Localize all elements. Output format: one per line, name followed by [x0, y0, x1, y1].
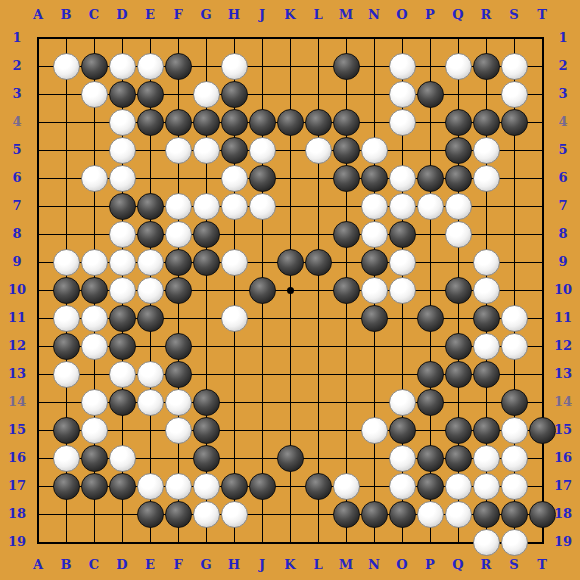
- intersection-J10[interactable]: [248, 276, 276, 304]
- intersection-H17[interactable]: [220, 472, 248, 500]
- white-stone-D6[interactable]: [109, 165, 136, 192]
- intersection-S17[interactable]: [500, 472, 528, 500]
- intersection-R4[interactable]: [472, 108, 500, 136]
- white-stone-H11[interactable]: [221, 305, 248, 332]
- intersection-R5[interactable]: [472, 136, 500, 164]
- intersection-K7[interactable]: [276, 192, 304, 220]
- black-stone-D17[interactable]: [109, 473, 136, 500]
- intersection-F14[interactable]: [164, 388, 192, 416]
- black-stone-P17[interactable]: [417, 473, 444, 500]
- intersection-K9[interactable]: [276, 248, 304, 276]
- intersection-H11[interactable]: [220, 304, 248, 332]
- white-stone-O9[interactable]: [389, 249, 416, 276]
- intersection-S3[interactable]: [500, 80, 528, 108]
- black-stone-M18[interactable]: [333, 501, 360, 528]
- white-stone-C3[interactable]: [81, 81, 108, 108]
- intersection-O1[interactable]: [388, 24, 416, 52]
- intersection-L3[interactable]: [304, 80, 332, 108]
- black-stone-E18[interactable]: [137, 501, 164, 528]
- black-stone-B10[interactable]: [53, 277, 80, 304]
- intersection-L2[interactable]: [304, 52, 332, 80]
- intersection-B2[interactable]: [52, 52, 80, 80]
- intersection-M12[interactable]: [332, 332, 360, 360]
- black-stone-S18[interactable]: [501, 501, 528, 528]
- black-stone-R18[interactable]: [473, 501, 500, 528]
- intersection-B1[interactable]: [52, 24, 80, 52]
- intersection-N15[interactable]: [360, 416, 388, 444]
- white-stone-R5[interactable]: [473, 137, 500, 164]
- intersection-E11[interactable]: [136, 304, 164, 332]
- intersection-M14[interactable]: [332, 388, 360, 416]
- intersection-E6[interactable]: [136, 164, 164, 192]
- black-stone-R2[interactable]: [473, 53, 500, 80]
- intersection-F7[interactable]: [164, 192, 192, 220]
- black-stone-J10[interactable]: [249, 277, 276, 304]
- black-stone-E3[interactable]: [137, 81, 164, 108]
- intersection-B5[interactable]: [52, 136, 80, 164]
- white-stone-Q2[interactable]: [445, 53, 472, 80]
- intersection-E8[interactable]: [136, 220, 164, 248]
- intersection-F3[interactable]: [164, 80, 192, 108]
- intersection-P13[interactable]: [416, 360, 444, 388]
- black-stone-M2[interactable]: [333, 53, 360, 80]
- black-stone-D12[interactable]: [109, 333, 136, 360]
- intersection-P12[interactable]: [416, 332, 444, 360]
- white-stone-N8[interactable]: [361, 221, 388, 248]
- intersection-M6[interactable]: [332, 164, 360, 192]
- black-stone-G4[interactable]: [193, 109, 220, 136]
- intersection-H6[interactable]: [220, 164, 248, 192]
- black-stone-P13[interactable]: [417, 361, 444, 388]
- intersection-N5[interactable]: [360, 136, 388, 164]
- intersection-J14[interactable]: [248, 388, 276, 416]
- intersection-N9[interactable]: [360, 248, 388, 276]
- white-stone-C9[interactable]: [81, 249, 108, 276]
- intersection-T18[interactable]: [528, 500, 556, 528]
- black-stone-C17[interactable]: [81, 473, 108, 500]
- intersection-P8[interactable]: [416, 220, 444, 248]
- intersection-K11[interactable]: [276, 304, 304, 332]
- intersection-D17[interactable]: [108, 472, 136, 500]
- white-stone-C12[interactable]: [81, 333, 108, 360]
- intersection-S18[interactable]: [500, 500, 528, 528]
- intersection-G6[interactable]: [192, 164, 220, 192]
- white-stone-Q7[interactable]: [445, 193, 472, 220]
- intersection-C18[interactable]: [80, 500, 108, 528]
- intersection-L5[interactable]: [304, 136, 332, 164]
- intersection-P1[interactable]: [416, 24, 444, 52]
- intersection-B12[interactable]: [52, 332, 80, 360]
- intersection-P11[interactable]: [416, 304, 444, 332]
- intersection-R19[interactable]: [472, 528, 500, 556]
- white-stone-O10[interactable]: [389, 277, 416, 304]
- white-stone-E13[interactable]: [137, 361, 164, 388]
- intersection-L14[interactable]: [304, 388, 332, 416]
- intersection-O10[interactable]: [388, 276, 416, 304]
- intersection-J3[interactable]: [248, 80, 276, 108]
- intersection-F17[interactable]: [164, 472, 192, 500]
- intersection-C7[interactable]: [80, 192, 108, 220]
- intersection-M8[interactable]: [332, 220, 360, 248]
- intersection-F6[interactable]: [164, 164, 192, 192]
- black-stone-K4[interactable]: [277, 109, 304, 136]
- intersection-E12[interactable]: [136, 332, 164, 360]
- intersection-O9[interactable]: [388, 248, 416, 276]
- black-stone-G16[interactable]: [193, 445, 220, 472]
- black-stone-Q12[interactable]: [445, 333, 472, 360]
- intersection-M3[interactable]: [332, 80, 360, 108]
- white-stone-R10[interactable]: [473, 277, 500, 304]
- white-stone-H2[interactable]: [221, 53, 248, 80]
- intersection-B11[interactable]: [52, 304, 80, 332]
- intersection-C8[interactable]: [80, 220, 108, 248]
- intersection-N3[interactable]: [360, 80, 388, 108]
- intersection-R9[interactable]: [472, 248, 500, 276]
- white-stone-D8[interactable]: [109, 221, 136, 248]
- white-stone-S3[interactable]: [501, 81, 528, 108]
- black-stone-F12[interactable]: [165, 333, 192, 360]
- intersection-C3[interactable]: [80, 80, 108, 108]
- intersection-Q17[interactable]: [444, 472, 472, 500]
- intersection-E15[interactable]: [136, 416, 164, 444]
- intersection-G14[interactable]: [192, 388, 220, 416]
- intersection-M9[interactable]: [332, 248, 360, 276]
- intersection-J16[interactable]: [248, 444, 276, 472]
- white-stone-D2[interactable]: [109, 53, 136, 80]
- white-stone-J5[interactable]: [249, 137, 276, 164]
- intersection-H4[interactable]: [220, 108, 248, 136]
- intersection-Q1[interactable]: [444, 24, 472, 52]
- intersection-D13[interactable]: [108, 360, 136, 388]
- intersection-S19[interactable]: [500, 528, 528, 556]
- intersection-F4[interactable]: [164, 108, 192, 136]
- intersection-D7[interactable]: [108, 192, 136, 220]
- intersection-B7[interactable]: [52, 192, 80, 220]
- white-stone-O4[interactable]: [389, 109, 416, 136]
- intersection-Q9[interactable]: [444, 248, 472, 276]
- white-stone-G17[interactable]: [193, 473, 220, 500]
- white-stone-D5[interactable]: [109, 137, 136, 164]
- black-stone-M10[interactable]: [333, 277, 360, 304]
- intersection-R2[interactable]: [472, 52, 500, 80]
- intersection-H15[interactable]: [220, 416, 248, 444]
- intersection-G1[interactable]: [192, 24, 220, 52]
- intersection-G8[interactable]: [192, 220, 220, 248]
- intersection-O12[interactable]: [388, 332, 416, 360]
- black-stone-N6[interactable]: [361, 165, 388, 192]
- white-stone-N10[interactable]: [361, 277, 388, 304]
- intersection-G4[interactable]: [192, 108, 220, 136]
- intersection-D16[interactable]: [108, 444, 136, 472]
- black-stone-D11[interactable]: [109, 305, 136, 332]
- intersection-J1[interactable]: [248, 24, 276, 52]
- intersection-L1[interactable]: [304, 24, 332, 52]
- intersection-E14[interactable]: [136, 388, 164, 416]
- white-stone-R6[interactable]: [473, 165, 500, 192]
- intersection-S1[interactable]: [500, 24, 528, 52]
- intersection-R12[interactable]: [472, 332, 500, 360]
- black-stone-E8[interactable]: [137, 221, 164, 248]
- intersection-J12[interactable]: [248, 332, 276, 360]
- intersection-G9[interactable]: [192, 248, 220, 276]
- intersection-J8[interactable]: [248, 220, 276, 248]
- intersection-T15[interactable]: [528, 416, 556, 444]
- white-stone-H9[interactable]: [221, 249, 248, 276]
- black-stone-M6[interactable]: [333, 165, 360, 192]
- intersection-S12[interactable]: [500, 332, 528, 360]
- intersection-O16[interactable]: [388, 444, 416, 472]
- intersection-S16[interactable]: [500, 444, 528, 472]
- intersection-P16[interactable]: [416, 444, 444, 472]
- white-stone-C6[interactable]: [81, 165, 108, 192]
- intersection-F10[interactable]: [164, 276, 192, 304]
- intersection-L10[interactable]: [304, 276, 332, 304]
- intersection-J18[interactable]: [248, 500, 276, 528]
- intersection-O2[interactable]: [388, 52, 416, 80]
- intersection-M16[interactable]: [332, 444, 360, 472]
- black-stone-G15[interactable]: [193, 417, 220, 444]
- intersection-R18[interactable]: [472, 500, 500, 528]
- black-stone-F13[interactable]: [165, 361, 192, 388]
- intersection-K12[interactable]: [276, 332, 304, 360]
- white-stone-G5[interactable]: [193, 137, 220, 164]
- white-stone-R12[interactable]: [473, 333, 500, 360]
- intersection-E13[interactable]: [136, 360, 164, 388]
- black-stone-T18[interactable]: [529, 501, 556, 528]
- intersection-J6[interactable]: [248, 164, 276, 192]
- intersection-K5[interactable]: [276, 136, 304, 164]
- intersection-D5[interactable]: [108, 136, 136, 164]
- intersection-Q13[interactable]: [444, 360, 472, 388]
- black-stone-L4[interactable]: [305, 109, 332, 136]
- intersection-H1[interactable]: [220, 24, 248, 52]
- white-stone-S15[interactable]: [501, 417, 528, 444]
- white-stone-O3[interactable]: [389, 81, 416, 108]
- black-stone-P16[interactable]: [417, 445, 444, 472]
- black-stone-R4[interactable]: [473, 109, 500, 136]
- intersection-K4[interactable]: [276, 108, 304, 136]
- intersection-L13[interactable]: [304, 360, 332, 388]
- intersection-Q7[interactable]: [444, 192, 472, 220]
- black-stone-E4[interactable]: [137, 109, 164, 136]
- intersection-F9[interactable]: [164, 248, 192, 276]
- white-stone-N7[interactable]: [361, 193, 388, 220]
- black-stone-C16[interactable]: [81, 445, 108, 472]
- intersection-J4[interactable]: [248, 108, 276, 136]
- intersection-B15[interactable]: [52, 416, 80, 444]
- intersection-D6[interactable]: [108, 164, 136, 192]
- black-stone-P3[interactable]: [417, 81, 444, 108]
- intersection-E16[interactable]: [136, 444, 164, 472]
- white-stone-J7[interactable]: [249, 193, 276, 220]
- white-stone-O6[interactable]: [389, 165, 416, 192]
- white-stone-O14[interactable]: [389, 389, 416, 416]
- intersection-B6[interactable]: [52, 164, 80, 192]
- intersection-O6[interactable]: [388, 164, 416, 192]
- intersection-F1[interactable]: [164, 24, 192, 52]
- black-stone-B12[interactable]: [53, 333, 80, 360]
- intersection-K2[interactable]: [276, 52, 304, 80]
- intersection-O7[interactable]: [388, 192, 416, 220]
- intersection-B10[interactable]: [52, 276, 80, 304]
- intersection-C5[interactable]: [80, 136, 108, 164]
- intersection-D11[interactable]: [108, 304, 136, 332]
- intersection-C11[interactable]: [80, 304, 108, 332]
- intersection-P17[interactable]: [416, 472, 444, 500]
- black-stone-C2[interactable]: [81, 53, 108, 80]
- black-stone-K9[interactable]: [277, 249, 304, 276]
- intersection-R14[interactable]: [472, 388, 500, 416]
- intersection-H16[interactable]: [220, 444, 248, 472]
- intersection-D12[interactable]: [108, 332, 136, 360]
- intersection-H18[interactable]: [220, 500, 248, 528]
- white-stone-S19[interactable]: [501, 529, 528, 556]
- intersection-O15[interactable]: [388, 416, 416, 444]
- intersection-S11[interactable]: [500, 304, 528, 332]
- white-stone-G18[interactable]: [193, 501, 220, 528]
- black-stone-E7[interactable]: [137, 193, 164, 220]
- intersection-N1[interactable]: [360, 24, 388, 52]
- intersection-F12[interactable]: [164, 332, 192, 360]
- white-stone-E10[interactable]: [137, 277, 164, 304]
- black-stone-M8[interactable]: [333, 221, 360, 248]
- intersection-F11[interactable]: [164, 304, 192, 332]
- intersection-J2[interactable]: [248, 52, 276, 80]
- intersection-D3[interactable]: [108, 80, 136, 108]
- intersection-K18[interactable]: [276, 500, 304, 528]
- intersection-E5[interactable]: [136, 136, 164, 164]
- intersection-G7[interactable]: [192, 192, 220, 220]
- intersection-L12[interactable]: [304, 332, 332, 360]
- intersection-H3[interactable]: [220, 80, 248, 108]
- intersection-M17[interactable]: [332, 472, 360, 500]
- intersection-D18[interactable]: [108, 500, 136, 528]
- intersection-K8[interactable]: [276, 220, 304, 248]
- white-stone-Q8[interactable]: [445, 221, 472, 248]
- intersection-M10[interactable]: [332, 276, 360, 304]
- black-stone-R13[interactable]: [473, 361, 500, 388]
- intersection-G16[interactable]: [192, 444, 220, 472]
- white-stone-D16[interactable]: [109, 445, 136, 472]
- intersection-O17[interactable]: [388, 472, 416, 500]
- intersection-C4[interactable]: [80, 108, 108, 136]
- white-stone-H7[interactable]: [221, 193, 248, 220]
- white-stone-D9[interactable]: [109, 249, 136, 276]
- intersection-O13[interactable]: [388, 360, 416, 388]
- black-stone-O15[interactable]: [389, 417, 416, 444]
- white-stone-P7[interactable]: [417, 193, 444, 220]
- intersection-K16[interactable]: [276, 444, 304, 472]
- intersection-N6[interactable]: [360, 164, 388, 192]
- intersection-J15[interactable]: [248, 416, 276, 444]
- intersection-O11[interactable]: [388, 304, 416, 332]
- black-stone-H3[interactable]: [221, 81, 248, 108]
- intersection-O8[interactable]: [388, 220, 416, 248]
- intersection-S2[interactable]: [500, 52, 528, 80]
- intersection-F16[interactable]: [164, 444, 192, 472]
- intersection-O5[interactable]: [388, 136, 416, 164]
- black-stone-R11[interactable]: [473, 305, 500, 332]
- black-stone-N11[interactable]: [361, 305, 388, 332]
- intersection-S13[interactable]: [500, 360, 528, 388]
- intersection-Q12[interactable]: [444, 332, 472, 360]
- black-stone-L9[interactable]: [305, 249, 332, 276]
- white-stone-H18[interactable]: [221, 501, 248, 528]
- intersection-R1[interactable]: [472, 24, 500, 52]
- intersection-G2[interactable]: [192, 52, 220, 80]
- black-stone-Q16[interactable]: [445, 445, 472, 472]
- black-stone-B17[interactable]: [53, 473, 80, 500]
- intersection-K6[interactable]: [276, 164, 304, 192]
- intersection-Q11[interactable]: [444, 304, 472, 332]
- black-stone-E11[interactable]: [137, 305, 164, 332]
- intersection-J13[interactable]: [248, 360, 276, 388]
- black-stone-R15[interactable]: [473, 417, 500, 444]
- black-stone-S14[interactable]: [501, 389, 528, 416]
- intersection-M18[interactable]: [332, 500, 360, 528]
- intersection-B14[interactable]: [52, 388, 80, 416]
- intersection-C12[interactable]: [80, 332, 108, 360]
- intersection-G5[interactable]: [192, 136, 220, 164]
- intersection-K10[interactable]: [276, 276, 304, 304]
- white-stone-S11[interactable]: [501, 305, 528, 332]
- intersection-H8[interactable]: [220, 220, 248, 248]
- intersection-P4[interactable]: [416, 108, 444, 136]
- intersection-Q10[interactable]: [444, 276, 472, 304]
- white-stone-B2[interactable]: [53, 53, 80, 80]
- white-stone-O7[interactable]: [389, 193, 416, 220]
- intersection-C1[interactable]: [80, 24, 108, 52]
- white-stone-E9[interactable]: [137, 249, 164, 276]
- black-stone-Q4[interactable]: [445, 109, 472, 136]
- intersection-J7[interactable]: [248, 192, 276, 220]
- intersection-K17[interactable]: [276, 472, 304, 500]
- intersection-L17[interactable]: [304, 472, 332, 500]
- intersection-C15[interactable]: [80, 416, 108, 444]
- intersection-M13[interactable]: [332, 360, 360, 388]
- intersection-M11[interactable]: [332, 304, 360, 332]
- intersection-G18[interactable]: [192, 500, 220, 528]
- intersection-C6[interactable]: [80, 164, 108, 192]
- intersection-S6[interactable]: [500, 164, 528, 192]
- white-stone-C11[interactable]: [81, 305, 108, 332]
- intersection-G3[interactable]: [192, 80, 220, 108]
- black-stone-F4[interactable]: [165, 109, 192, 136]
- white-stone-D10[interactable]: [109, 277, 136, 304]
- intersection-N2[interactable]: [360, 52, 388, 80]
- intersection-B13[interactable]: [52, 360, 80, 388]
- black-stone-G8[interactable]: [193, 221, 220, 248]
- intersection-S9[interactable]: [500, 248, 528, 276]
- white-stone-B9[interactable]: [53, 249, 80, 276]
- intersection-L18[interactable]: [304, 500, 332, 528]
- intersection-C13[interactable]: [80, 360, 108, 388]
- white-stone-Q18[interactable]: [445, 501, 472, 528]
- intersection-O4[interactable]: [388, 108, 416, 136]
- intersection-S15[interactable]: [500, 416, 528, 444]
- intersection-H13[interactable]: [220, 360, 248, 388]
- intersection-G13[interactable]: [192, 360, 220, 388]
- intersection-N13[interactable]: [360, 360, 388, 388]
- black-stone-S4[interactable]: [501, 109, 528, 136]
- black-stone-M5[interactable]: [333, 137, 360, 164]
- intersection-S7[interactable]: [500, 192, 528, 220]
- black-stone-O8[interactable]: [389, 221, 416, 248]
- intersection-E3[interactable]: [136, 80, 164, 108]
- intersection-M5[interactable]: [332, 136, 360, 164]
- intersection-S14[interactable]: [500, 388, 528, 416]
- white-stone-R9[interactable]: [473, 249, 500, 276]
